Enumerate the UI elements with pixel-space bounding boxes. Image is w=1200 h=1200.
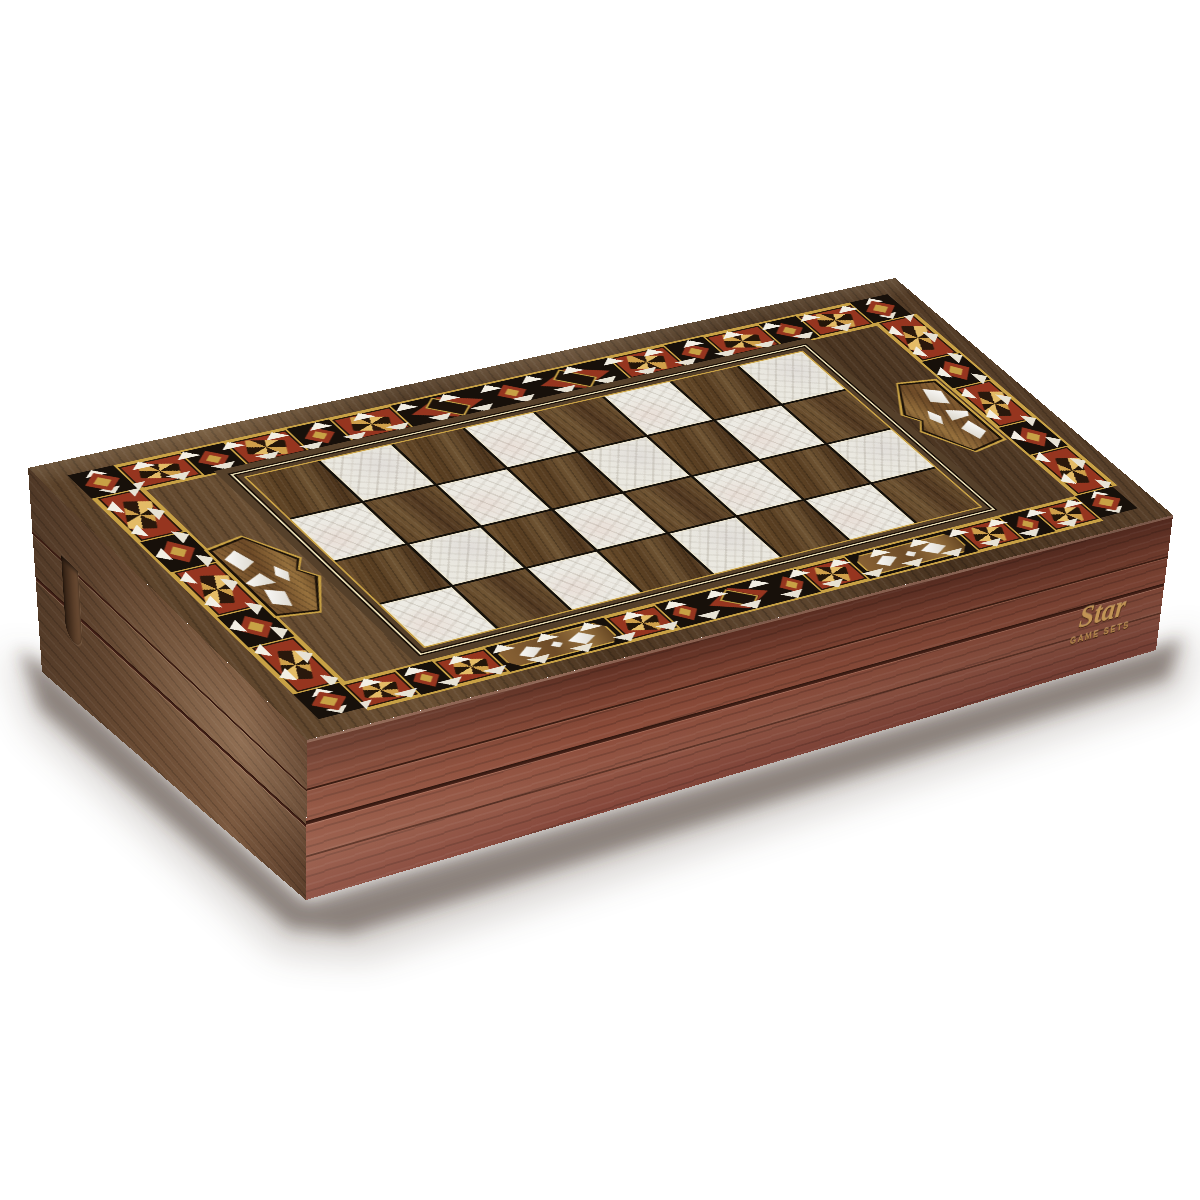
scene: Star GAME SETS	[0, 0, 1200, 1200]
brand-logo: Star GAME SETS	[1060, 586, 1144, 648]
lid-grip-notch	[61, 555, 83, 650]
